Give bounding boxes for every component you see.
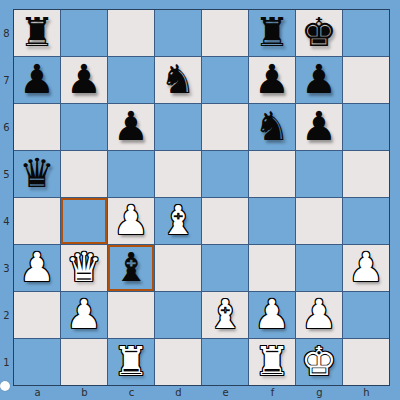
piece-white-rook[interactable]: ♜ (254, 341, 290, 381)
square-b3[interactable]: ♛ (61, 245, 107, 291)
rank-label-8: 8 (0, 10, 13, 57)
square-h2[interactable] (343, 292, 389, 338)
square-b7[interactable]: ♟ (61, 57, 107, 103)
square-b4[interactable] (61, 198, 107, 244)
piece-white-bishop[interactable]: ♝ (207, 294, 243, 334)
square-h7[interactable] (343, 57, 389, 103)
piece-white-king[interactable]: ♚ (301, 341, 337, 381)
square-c1[interactable]: ♜ (108, 339, 154, 385)
square-h1[interactable] (343, 339, 389, 385)
piece-white-bishop[interactable]: ♝ (160, 200, 196, 240)
rank-label-3: 3 (0, 245, 13, 292)
square-e5[interactable] (202, 151, 248, 197)
piece-white-pawn[interactable]: ♟ (19, 247, 55, 287)
file-label-h: h (343, 386, 390, 399)
square-h3[interactable]: ♟ (343, 245, 389, 291)
square-f4[interactable] (249, 198, 295, 244)
piece-black-pawn[interactable]: ♟ (301, 59, 337, 99)
square-f8[interactable]: ♜ (249, 10, 295, 56)
square-b8[interactable] (61, 10, 107, 56)
piece-black-pawn[interactable]: ♟ (66, 59, 102, 99)
square-f3[interactable] (249, 245, 295, 291)
file-labels: abcdefgh (14, 386, 390, 399)
file-label-c: c (108, 386, 155, 399)
square-a1[interactable] (14, 339, 60, 385)
square-g8[interactable]: ♚ (296, 10, 342, 56)
square-b2[interactable]: ♟ (61, 292, 107, 338)
file-label-g: g (296, 386, 343, 399)
square-e1[interactable] (202, 339, 248, 385)
square-d5[interactable] (155, 151, 201, 197)
square-d2[interactable] (155, 292, 201, 338)
square-e2[interactable]: ♝ (202, 292, 248, 338)
piece-white-pawn[interactable]: ♟ (113, 200, 149, 240)
square-c4[interactable]: ♟ (108, 198, 154, 244)
rank-label-2: 2 (0, 292, 13, 339)
square-g6[interactable]: ♟ (296, 104, 342, 150)
piece-white-rook[interactable]: ♜ (113, 341, 149, 381)
piece-black-rook[interactable]: ♜ (254, 12, 290, 52)
chess-board-frame: ♜♜♚♟♟♞♟♟♟♞♟♛♟♝♟♛♝♟♟♝♟♟♜♜♚ (13, 9, 390, 386)
square-h5[interactable] (343, 151, 389, 197)
piece-black-pawn[interactable]: ♟ (113, 106, 149, 146)
square-h6[interactable] (343, 104, 389, 150)
white-to-move-indicator (0, 381, 10, 391)
square-g4[interactable] (296, 198, 342, 244)
square-d6[interactable] (155, 104, 201, 150)
square-f6[interactable]: ♞ (249, 104, 295, 150)
square-h8[interactable] (343, 10, 389, 56)
square-h4[interactable] (343, 198, 389, 244)
square-b1[interactable] (61, 339, 107, 385)
square-c3[interactable]: ♝ (108, 245, 154, 291)
square-c7[interactable] (108, 57, 154, 103)
piece-black-pawn[interactable]: ♟ (19, 59, 55, 99)
file-label-f: f (249, 386, 296, 399)
square-d1[interactable] (155, 339, 201, 385)
square-g2[interactable]: ♟ (296, 292, 342, 338)
square-f1[interactable]: ♜ (249, 339, 295, 385)
rank-label-6: 6 (0, 104, 13, 151)
piece-black-rook[interactable]: ♜ (19, 12, 55, 52)
square-g7[interactable]: ♟ (296, 57, 342, 103)
piece-black-king[interactable]: ♚ (301, 12, 337, 52)
square-d3[interactable] (155, 245, 201, 291)
file-label-d: d (155, 386, 202, 399)
chess-board: ♜♜♚♟♟♞♟♟♟♞♟♛♟♝♟♛♝♟♟♝♟♟♜♜♚ (14, 10, 389, 385)
square-b6[interactable] (61, 104, 107, 150)
square-c5[interactable] (108, 151, 154, 197)
square-e8[interactable] (202, 10, 248, 56)
square-a4[interactable] (14, 198, 60, 244)
square-b5[interactable] (61, 151, 107, 197)
rank-label-7: 7 (0, 57, 13, 104)
square-c2[interactable] (108, 292, 154, 338)
piece-black-bishop[interactable]: ♝ (113, 247, 149, 287)
square-g5[interactable] (296, 151, 342, 197)
piece-white-queen[interactable]: ♛ (66, 247, 102, 287)
piece-white-pawn[interactable]: ♟ (301, 294, 337, 334)
piece-white-pawn[interactable]: ♟ (348, 247, 384, 287)
square-d4[interactable]: ♝ (155, 198, 201, 244)
rank-label-4: 4 (0, 198, 13, 245)
piece-black-knight[interactable]: ♞ (254, 106, 290, 146)
square-c6[interactable]: ♟ (108, 104, 154, 150)
square-g3[interactable] (296, 245, 342, 291)
file-label-b: b (61, 386, 108, 399)
rank-label-1: 1 (0, 339, 13, 386)
square-e6[interactable] (202, 104, 248, 150)
square-a3[interactable]: ♟ (14, 245, 60, 291)
square-e3[interactable] (202, 245, 248, 291)
square-d7[interactable]: ♞ (155, 57, 201, 103)
file-label-e: e (202, 386, 249, 399)
square-f5[interactable] (249, 151, 295, 197)
square-e4[interactable] (202, 198, 248, 244)
file-label-a: a (14, 386, 61, 399)
piece-black-knight[interactable]: ♞ (160, 59, 196, 99)
square-a7[interactable]: ♟ (14, 57, 60, 103)
square-a5[interactable]: ♛ (14, 151, 60, 197)
rank-label-5: 5 (0, 151, 13, 198)
piece-black-pawn[interactable]: ♟ (254, 59, 290, 99)
square-a8[interactable]: ♜ (14, 10, 60, 56)
piece-black-pawn[interactable]: ♟ (301, 106, 337, 146)
square-a2[interactable] (14, 292, 60, 338)
rank-labels: 87654321 (0, 10, 13, 386)
square-d8[interactable] (155, 10, 201, 56)
square-g1[interactable]: ♚ (296, 339, 342, 385)
square-a6[interactable] (14, 104, 60, 150)
square-f2[interactable]: ♟ (249, 292, 295, 338)
square-e7[interactable] (202, 57, 248, 103)
square-c8[interactable] (108, 10, 154, 56)
piece-black-queen[interactable]: ♛ (19, 153, 55, 193)
piece-white-pawn[interactable]: ♟ (254, 294, 290, 334)
square-f7[interactable]: ♟ (249, 57, 295, 103)
piece-white-pawn[interactable]: ♟ (66, 294, 102, 334)
